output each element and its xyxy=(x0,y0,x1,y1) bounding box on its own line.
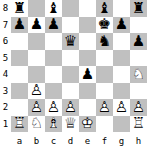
piece-black-pawn[interactable]: ♟ xyxy=(28,17,45,34)
white-rook-glyph-outline: ♖ xyxy=(11,116,28,133)
square-b2[interactable]: ♟♙ xyxy=(28,99,45,116)
piece-black-bishop[interactable]: ♝ xyxy=(96,0,113,17)
piece-black-knight[interactable]: ♞ xyxy=(96,33,113,50)
square-f3[interactable] xyxy=(96,83,113,100)
white-king-glyph-outline: ♔ xyxy=(79,116,96,133)
rank-label-6: 6 xyxy=(0,33,11,50)
square-h1[interactable]: ♜♖ xyxy=(130,116,147,133)
rank-label-8: 8 xyxy=(0,0,11,17)
square-d2[interactable]: ♟♙ xyxy=(62,99,79,116)
corner-spacer xyxy=(0,132,11,149)
file-label-g: g xyxy=(113,132,130,149)
black-pawn-glyph: ♟ xyxy=(79,66,96,83)
square-g5[interactable] xyxy=(113,50,130,67)
black-bishop-glyph: ♝ xyxy=(45,0,62,17)
piece-black-pawn[interactable]: ♟ xyxy=(11,17,28,34)
piece-white-king[interactable]: ♚♔ xyxy=(79,116,96,133)
white-pawn-glyph-outline: ♙ xyxy=(28,83,45,100)
square-g7[interactable]: ♟ xyxy=(113,17,130,34)
square-h5[interactable] xyxy=(130,50,147,67)
square-e2[interactable] xyxy=(79,99,96,116)
piece-white-bishop[interactable]: ♝♗ xyxy=(45,116,62,133)
black-bishop-glyph: ♝ xyxy=(96,0,113,17)
black-king-glyph: ♚ xyxy=(96,17,113,34)
square-g2[interactable]: ♟♙ xyxy=(113,99,130,116)
square-c4[interactable] xyxy=(45,66,62,83)
square-a7[interactable]: ♟ xyxy=(11,17,28,34)
piece-white-rook[interactable]: ♜♖ xyxy=(130,116,147,133)
white-rook-glyph-outline: ♖ xyxy=(130,116,147,133)
rank-label-4: 4 xyxy=(0,66,11,83)
rank-label-3: 3 xyxy=(0,83,11,100)
piece-white-pawn[interactable]: ♟♙ xyxy=(28,99,45,116)
square-b5[interactable] xyxy=(28,50,45,67)
rank-label-5: 5 xyxy=(0,50,11,67)
square-b3[interactable]: ♟♙ xyxy=(28,83,45,100)
file-label-e: e xyxy=(79,132,96,149)
piece-white-pawn[interactable]: ♟♙ xyxy=(62,99,79,116)
rank-label-1: 1 xyxy=(0,116,11,133)
square-c1[interactable]: ♝♗ xyxy=(45,116,62,133)
square-b6[interactable] xyxy=(28,33,45,50)
square-f1[interactable] xyxy=(96,116,113,133)
square-d4[interactable] xyxy=(62,66,79,83)
black-pawn-glyph: ♟ xyxy=(130,33,147,50)
piece-white-pawn[interactable]: ♟♙ xyxy=(96,99,113,116)
square-g6[interactable] xyxy=(113,33,130,50)
piece-black-pawn[interactable]: ♟ xyxy=(45,17,62,34)
square-g4[interactable] xyxy=(113,66,130,83)
piece-white-pawn[interactable]: ♟♙ xyxy=(113,99,130,116)
square-f5[interactable] xyxy=(96,50,113,67)
file-label-a: a xyxy=(11,132,28,149)
piece-black-pawn[interactable]: ♟ xyxy=(79,66,96,83)
white-bishop-glyph-outline: ♗ xyxy=(45,116,62,133)
square-b8[interactable] xyxy=(28,0,45,17)
white-pawn-glyph-outline: ♙ xyxy=(62,99,79,116)
square-f4[interactable] xyxy=(96,66,113,83)
white-pawn-glyph-outline: ♙ xyxy=(130,99,147,116)
square-c7[interactable]: ♟ xyxy=(45,17,62,34)
black-rook-glyph: ♜ xyxy=(130,0,147,17)
piece-white-queen[interactable]: ♛♕ xyxy=(62,116,79,133)
square-e1[interactable]: ♚♔ xyxy=(79,116,96,133)
black-rook-glyph: ♜ xyxy=(11,0,28,17)
white-pawn-glyph-outline: ♙ xyxy=(28,99,45,116)
square-h7[interactable] xyxy=(130,17,147,34)
square-f6[interactable]: ♞ xyxy=(96,33,113,50)
black-pawn-glyph: ♟ xyxy=(11,17,28,34)
square-a3[interactable] xyxy=(11,83,28,100)
piece-white-rook[interactable]: ♜♖ xyxy=(11,116,28,133)
square-f8[interactable]: ♝ xyxy=(96,0,113,17)
square-c8[interactable]: ♝ xyxy=(45,0,62,17)
square-h3[interactable] xyxy=(130,83,147,100)
square-h6[interactable]: ♟ xyxy=(130,33,147,50)
square-a8[interactable]: ♜ xyxy=(11,0,28,17)
square-d3[interactable] xyxy=(62,83,79,100)
piece-white-pawn[interactable]: ♟♙ xyxy=(45,99,62,116)
piece-black-pawn[interactable]: ♟ xyxy=(113,17,130,34)
square-e8[interactable] xyxy=(79,0,96,17)
square-a1[interactable]: ♜♖ xyxy=(11,116,28,133)
rank-label-2: 2 xyxy=(0,99,11,116)
file-label-h: h xyxy=(130,132,147,149)
square-a4[interactable] xyxy=(11,66,28,83)
square-b7[interactable]: ♟ xyxy=(28,17,45,34)
white-pawn-glyph-outline: ♙ xyxy=(113,99,130,116)
square-d8[interactable] xyxy=(62,0,79,17)
white-knight-glyph-outline: ♘ xyxy=(28,116,45,133)
black-pawn-glyph: ♟ xyxy=(28,17,45,34)
piece-black-rook[interactable]: ♜ xyxy=(11,0,28,17)
square-d6[interactable]: ♛ xyxy=(62,33,79,50)
square-c2[interactable]: ♟♙ xyxy=(45,99,62,116)
square-g3[interactable] xyxy=(113,83,130,100)
file-label-f: f xyxy=(96,132,113,149)
file-label-d: d xyxy=(62,132,79,149)
square-c5[interactable] xyxy=(45,50,62,67)
square-h2[interactable]: ♟♙ xyxy=(130,99,147,116)
square-e7[interactable] xyxy=(79,17,96,34)
white-pawn-glyph-outline: ♙ xyxy=(96,99,113,116)
chess-board-panel: 8♜♝♝♜7♟♟♟♚♟6♛♞♟54♟♞♘3♟♙2♟♙♟♙♟♙♟♙♟♙♟♙1♜♖♞… xyxy=(0,0,151,149)
black-pawn-glyph: ♟ xyxy=(45,17,62,34)
piece-black-pawn[interactable]: ♟ xyxy=(130,33,147,50)
square-d1[interactable]: ♛♕ xyxy=(62,116,79,133)
square-b1[interactable]: ♞♘ xyxy=(28,116,45,133)
piece-black-king[interactable]: ♚ xyxy=(96,17,113,34)
square-e6[interactable] xyxy=(79,33,96,50)
piece-white-knight[interactable]: ♞♘ xyxy=(130,66,147,83)
square-f2[interactable]: ♟♙ xyxy=(96,99,113,116)
square-d7[interactable] xyxy=(62,17,79,34)
rank-label-7: 7 xyxy=(0,17,11,34)
black-knight-glyph: ♞ xyxy=(96,33,113,50)
square-a2[interactable] xyxy=(11,99,28,116)
black-queen-glyph: ♛ xyxy=(62,33,79,50)
file-label-c: c xyxy=(45,132,62,149)
chess-board: 8♜♝♝♜7♟♟♟♚♟6♛♞♟54♟♞♘3♟♙2♟♙♟♙♟♙♟♙♟♙♟♙1♜♖♞… xyxy=(0,0,151,149)
square-c3[interactable] xyxy=(45,83,62,100)
piece-black-queen[interactable]: ♛ xyxy=(62,33,79,50)
piece-white-pawn[interactable]: ♟♙ xyxy=(28,83,45,100)
square-h8[interactable]: ♜ xyxy=(130,0,147,17)
square-a5[interactable] xyxy=(11,50,28,67)
white-pawn-glyph-outline: ♙ xyxy=(45,99,62,116)
square-d5[interactable] xyxy=(62,50,79,67)
square-g1[interactable] xyxy=(113,116,130,133)
square-e4[interactable]: ♟ xyxy=(79,66,96,83)
square-f7[interactable]: ♚ xyxy=(96,17,113,34)
square-h4[interactable]: ♞♘ xyxy=(130,66,147,83)
square-g8[interactable] xyxy=(113,0,130,17)
square-b4[interactable] xyxy=(28,66,45,83)
black-pawn-glyph: ♟ xyxy=(113,17,130,34)
piece-white-pawn[interactable]: ♟♙ xyxy=(130,99,147,116)
square-e5[interactable] xyxy=(79,50,96,67)
square-c6[interactable] xyxy=(45,33,62,50)
square-a6[interactable] xyxy=(11,33,28,50)
white-knight-glyph-outline: ♘ xyxy=(130,66,147,83)
square-e3[interactable] xyxy=(79,83,96,100)
piece-white-knight[interactable]: ♞♘ xyxy=(28,116,45,133)
white-queen-glyph-outline: ♕ xyxy=(62,116,79,133)
piece-black-bishop[interactable]: ♝ xyxy=(45,0,62,17)
piece-black-rook[interactable]: ♜ xyxy=(130,0,147,17)
file-label-b: b xyxy=(28,132,45,149)
